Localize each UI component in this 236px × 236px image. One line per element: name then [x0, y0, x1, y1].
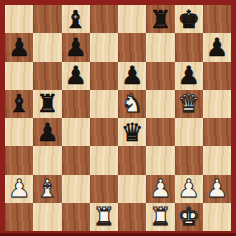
- square-f6[interactable]: [146, 62, 174, 90]
- square-h7[interactable]: ♟: [203, 33, 231, 61]
- black-rook-b5[interactable]: ♜: [33, 90, 61, 118]
- white-knight-e5[interactable]: ♞: [118, 90, 146, 118]
- white-pawn-h2[interactable]: ♟: [203, 175, 231, 203]
- square-a3[interactable]: [5, 146, 33, 174]
- square-a7[interactable]: ♟: [5, 33, 33, 61]
- square-d4[interactable]: [90, 118, 118, 146]
- black-queen-e4[interactable]: ♛: [118, 118, 146, 146]
- square-e8[interactable]: [118, 5, 146, 33]
- square-d2[interactable]: [90, 175, 118, 203]
- square-h8[interactable]: [203, 5, 231, 33]
- black-bishop-a5[interactable]: ♝: [5, 90, 33, 118]
- white-rook-d1[interactable]: ♜: [90, 203, 118, 231]
- square-a5[interactable]: ♝: [5, 90, 33, 118]
- square-c1[interactable]: [62, 203, 90, 231]
- square-e7[interactable]: [118, 33, 146, 61]
- white-pawn-f2[interactable]: ♟: [146, 175, 174, 203]
- white-queen-g5[interactable]: ♛: [175, 90, 203, 118]
- square-c8[interactable]: ♝: [62, 5, 90, 33]
- square-b2[interactable]: ♝: [33, 175, 61, 203]
- square-f8[interactable]: ♜: [146, 5, 174, 33]
- square-d1[interactable]: ♜: [90, 203, 118, 231]
- square-a4[interactable]: [5, 118, 33, 146]
- square-c3[interactable]: [62, 146, 90, 174]
- black-pawn-a7[interactable]: ♟: [5, 33, 33, 61]
- square-e4[interactable]: ♛: [118, 118, 146, 146]
- square-d6[interactable]: [90, 62, 118, 90]
- square-e3[interactable]: [118, 146, 146, 174]
- chess-board: ♝♜♚♟♟♟♟♟♟♝♜♞♛♟♛♟♝♟♟♟♜♜♚: [5, 5, 231, 231]
- black-bishop-c8[interactable]: ♝: [62, 5, 90, 33]
- square-a1[interactable]: [5, 203, 33, 231]
- square-b1[interactable]: [33, 203, 61, 231]
- square-f4[interactable]: [146, 118, 174, 146]
- square-g8[interactable]: ♚: [175, 5, 203, 33]
- square-f2[interactable]: ♟: [146, 175, 174, 203]
- white-pawn-g2[interactable]: ♟: [175, 175, 203, 203]
- black-pawn-h7[interactable]: ♟: [203, 33, 231, 61]
- chess-diagram: ♝♜♚♟♟♟♟♟♟♝♜♞♛♟♛♟♝♟♟♟♜♜♚: [0, 0, 236, 236]
- square-h4[interactable]: [203, 118, 231, 146]
- square-g3[interactable]: [175, 146, 203, 174]
- white-bishop-b2[interactable]: ♝: [33, 175, 61, 203]
- square-b3[interactable]: [33, 146, 61, 174]
- square-a8[interactable]: [5, 5, 33, 33]
- square-e2[interactable]: [118, 175, 146, 203]
- square-h2[interactable]: ♟: [203, 175, 231, 203]
- square-c6[interactable]: ♟: [62, 62, 90, 90]
- square-e5[interactable]: ♞: [118, 90, 146, 118]
- black-pawn-g6[interactable]: ♟: [175, 62, 203, 90]
- square-f3[interactable]: [146, 146, 174, 174]
- square-b5[interactable]: ♜: [33, 90, 61, 118]
- black-rook-f8[interactable]: ♜: [146, 5, 174, 33]
- square-h1[interactable]: [203, 203, 231, 231]
- black-king-g8[interactable]: ♚: [175, 5, 203, 33]
- square-b4[interactable]: ♟: [33, 118, 61, 146]
- square-d3[interactable]: [90, 146, 118, 174]
- square-d8[interactable]: [90, 5, 118, 33]
- square-c7[interactable]: ♟: [62, 33, 90, 61]
- square-d5[interactable]: [90, 90, 118, 118]
- square-h3[interactable]: [203, 146, 231, 174]
- square-f1[interactable]: ♜: [146, 203, 174, 231]
- square-g5[interactable]: ♛: [175, 90, 203, 118]
- black-pawn-c7[interactable]: ♟: [62, 33, 90, 61]
- square-d7[interactable]: [90, 33, 118, 61]
- square-e6[interactable]: ♟: [118, 62, 146, 90]
- square-b6[interactable]: [33, 62, 61, 90]
- square-c5[interactable]: [62, 90, 90, 118]
- square-g1[interactable]: ♚: [175, 203, 203, 231]
- white-rook-f1[interactable]: ♜: [146, 203, 174, 231]
- square-a2[interactable]: ♟: [5, 175, 33, 203]
- square-b7[interactable]: [33, 33, 61, 61]
- black-pawn-e6[interactable]: ♟: [118, 62, 146, 90]
- black-pawn-c6[interactable]: ♟: [62, 62, 90, 90]
- square-g7[interactable]: [175, 33, 203, 61]
- square-g6[interactable]: ♟: [175, 62, 203, 90]
- square-f7[interactable]: [146, 33, 174, 61]
- square-g4[interactable]: [175, 118, 203, 146]
- square-b8[interactable]: [33, 5, 61, 33]
- white-king-g1[interactable]: ♚: [175, 203, 203, 231]
- black-pawn-b4[interactable]: ♟: [33, 118, 61, 146]
- square-h6[interactable]: [203, 62, 231, 90]
- square-e1[interactable]: [118, 203, 146, 231]
- square-h5[interactable]: [203, 90, 231, 118]
- square-a6[interactable]: [5, 62, 33, 90]
- white-pawn-a2[interactable]: ♟: [5, 175, 33, 203]
- square-g2[interactable]: ♟: [175, 175, 203, 203]
- square-c2[interactable]: [62, 175, 90, 203]
- square-c4[interactable]: [62, 118, 90, 146]
- square-f5[interactable]: [146, 90, 174, 118]
